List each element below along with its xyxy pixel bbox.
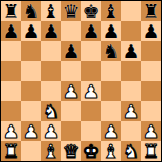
square-b2[interactable]: ♟ (21, 121, 41, 141)
piece-white-king[interactable]: ♚ (82, 141, 99, 160)
square-a6[interactable] (1, 41, 21, 61)
square-e2[interactable] (81, 121, 101, 141)
square-a1[interactable]: ♜ (1, 141, 21, 161)
piece-white-bishop[interactable]: ♝ (102, 141, 119, 160)
square-g3[interactable]: ♟ (121, 101, 141, 121)
piece-white-bishop[interactable]: ♝ (42, 141, 59, 160)
square-c4[interactable] (41, 81, 61, 101)
piece-white-pawn[interactable]: ♟ (42, 121, 59, 140)
piece-white-pawn[interactable]: ♟ (122, 101, 139, 120)
square-e5[interactable] (81, 61, 101, 81)
square-d6[interactable]: ♟ (61, 41, 81, 61)
piece-white-rook[interactable]: ♜ (2, 141, 19, 160)
square-f1[interactable]: ♝ (101, 141, 121, 161)
square-g6[interactable]: ♟ (121, 41, 141, 61)
square-h3[interactable] (141, 101, 161, 121)
square-h6[interactable] (141, 41, 161, 61)
piece-black-bishop[interactable]: ♝ (42, 1, 59, 20)
square-h4[interactable] (141, 81, 161, 101)
piece-black-pawn[interactable]: ♟ (82, 21, 99, 40)
piece-white-pawn[interactable]: ♟ (82, 81, 99, 100)
piece-white-pawn[interactable]: ♟ (2, 121, 19, 140)
square-e1[interactable]: ♚ (81, 141, 101, 161)
piece-black-pawn[interactable]: ♟ (22, 21, 39, 40)
square-b8[interactable]: ♞ (21, 1, 41, 21)
piece-black-king[interactable]: ♚ (82, 1, 99, 20)
square-c5[interactable] (41, 61, 61, 81)
square-g2[interactable] (121, 121, 141, 141)
square-b7[interactable]: ♟ (21, 21, 41, 41)
square-g1[interactable]: ♞ (121, 141, 141, 161)
square-c3[interactable]: ♞ (41, 101, 61, 121)
square-c1[interactable]: ♝ (41, 141, 61, 161)
square-a7[interactable]: ♟ (1, 21, 21, 41)
square-a5[interactable] (1, 61, 21, 81)
piece-black-knight[interactable]: ♞ (22, 1, 39, 20)
square-b5[interactable] (21, 61, 41, 81)
square-e3[interactable] (81, 101, 101, 121)
square-d4[interactable]: ♟ (61, 81, 81, 101)
piece-black-pawn[interactable]: ♟ (2, 21, 19, 40)
square-d2[interactable] (61, 121, 81, 141)
square-a8[interactable]: ♜ (1, 1, 21, 21)
chess-board: ♜♞♝♛♚♝♜♟♟♟♟♟♟♟♞♟♟♟♞♟♟♟♟♟♟♜♝♛♚♝♞♜ (0, 0, 162, 162)
square-f8[interactable]: ♝ (101, 1, 121, 21)
square-b3[interactable] (21, 101, 41, 121)
square-g7[interactable] (121, 21, 141, 41)
piece-white-queen[interactable]: ♛ (62, 141, 79, 160)
square-f6[interactable]: ♞ (101, 41, 121, 61)
piece-black-rook[interactable]: ♜ (2, 1, 19, 20)
square-b6[interactable] (21, 41, 41, 61)
piece-black-pawn[interactable]: ♟ (42, 21, 59, 40)
piece-black-pawn[interactable]: ♟ (62, 41, 79, 60)
square-g8[interactable] (121, 1, 141, 21)
square-a3[interactable] (1, 101, 21, 121)
square-c7[interactable]: ♟ (41, 21, 61, 41)
square-f4[interactable] (101, 81, 121, 101)
piece-black-pawn[interactable]: ♟ (102, 21, 119, 40)
square-d7[interactable] (61, 21, 81, 41)
square-d8[interactable]: ♛ (61, 1, 81, 21)
piece-white-pawn[interactable]: ♟ (142, 121, 159, 140)
piece-black-bishop[interactable]: ♝ (102, 1, 119, 20)
square-e8[interactable]: ♚ (81, 1, 101, 21)
piece-white-rook[interactable]: ♜ (142, 141, 159, 160)
square-f3[interactable] (101, 101, 121, 121)
square-h8[interactable]: ♜ (141, 1, 161, 21)
piece-black-rook[interactable]: ♜ (142, 1, 159, 20)
piece-white-pawn[interactable]: ♟ (22, 121, 39, 140)
piece-black-pawn[interactable]: ♟ (142, 21, 159, 40)
piece-black-knight[interactable]: ♞ (102, 41, 119, 60)
piece-white-pawn[interactable]: ♟ (62, 81, 79, 100)
square-h1[interactable]: ♜ (141, 141, 161, 161)
piece-black-pawn[interactable]: ♟ (122, 41, 139, 60)
square-e7[interactable]: ♟ (81, 21, 101, 41)
square-g5[interactable] (121, 61, 141, 81)
piece-black-queen[interactable]: ♛ (62, 1, 79, 20)
square-d3[interactable] (61, 101, 81, 121)
square-h2[interactable]: ♟ (141, 121, 161, 141)
square-c2[interactable]: ♟ (41, 121, 61, 141)
square-f5[interactable] (101, 61, 121, 81)
square-d1[interactable]: ♛ (61, 141, 81, 161)
square-g4[interactable] (121, 81, 141, 101)
square-e6[interactable] (81, 41, 101, 61)
square-c6[interactable] (41, 41, 61, 61)
square-f7[interactable]: ♟ (101, 21, 121, 41)
square-c8[interactable]: ♝ (41, 1, 61, 21)
square-e4[interactable]: ♟ (81, 81, 101, 101)
square-b4[interactable] (21, 81, 41, 101)
piece-white-knight[interactable]: ♞ (122, 141, 139, 160)
square-b1[interactable] (21, 141, 41, 161)
square-h7[interactable]: ♟ (141, 21, 161, 41)
square-a2[interactable]: ♟ (1, 121, 21, 141)
square-f2[interactable]: ♟ (101, 121, 121, 141)
square-h5[interactable] (141, 61, 161, 81)
piece-white-knight[interactable]: ♞ (42, 101, 59, 120)
square-a4[interactable] (1, 81, 21, 101)
piece-white-pawn[interactable]: ♟ (102, 121, 119, 140)
square-d5[interactable] (61, 61, 81, 81)
